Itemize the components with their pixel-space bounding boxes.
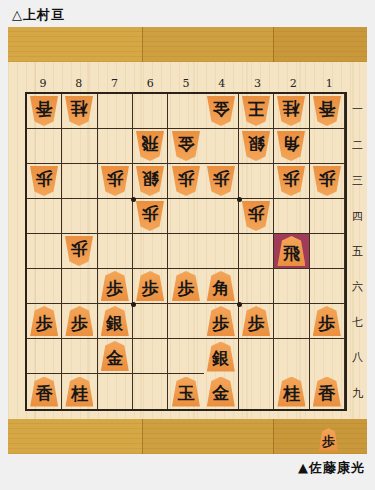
piece-kanji: 桂 — [71, 101, 88, 122]
board-cell[interactable] — [204, 199, 239, 234]
piece-kanji: 銀 — [142, 171, 159, 192]
shogi-piece-gote[interactable]: 歩 — [207, 166, 235, 196]
shogi-piece-sente[interactable]: 玉 — [172, 377, 200, 407]
board-cell[interactable] — [27, 339, 62, 374]
board-cell[interactable]: 桂 — [62, 374, 97, 409]
board-cell[interactable]: 歩 — [133, 269, 168, 304]
board-cell[interactable]: 香 — [310, 374, 345, 409]
piece-kanji: 歩 — [318, 311, 335, 332]
board-cell[interactable] — [62, 129, 97, 164]
piece-kanji: 金 — [177, 136, 194, 157]
board-cell[interactable]: 歩 — [133, 199, 168, 234]
shogi-piece-sente[interactable]: 香 — [30, 377, 58, 407]
board-cell[interactable]: 桂 — [274, 94, 309, 129]
board-cell[interactable]: 歩 — [168, 269, 203, 304]
shogi-piece-gote[interactable]: 銀 — [136, 166, 164, 196]
piece-kanji: 歩 — [212, 171, 229, 192]
file-label: 9 — [25, 76, 61, 91]
rank-label: 五 — [350, 234, 365, 269]
board-cell[interactable] — [27, 234, 62, 269]
piece-kanji: 歩 — [36, 171, 53, 192]
sente-hand-tray: 歩 — [8, 419, 367, 454]
shogi-piece-sente[interactable]: 香 — [313, 377, 341, 407]
board-cell[interactable]: 桂 — [274, 374, 309, 409]
board-cell[interactable] — [133, 374, 168, 409]
star-point — [237, 302, 242, 307]
shogi-piece-gote[interactable]: 銀 — [242, 131, 270, 161]
piece-kanji: 角 — [212, 276, 229, 297]
piece-kanji: 飛 — [142, 136, 159, 157]
board-cell[interactable]: 歩 — [98, 164, 133, 199]
board-cell[interactable]: 歩 — [274, 164, 309, 199]
shogi-piece-sente[interactable]: 銀 — [207, 342, 235, 372]
file-label: 7 — [97, 76, 133, 91]
board-cell[interactable] — [27, 129, 62, 164]
board-cell[interactable]: 桂 — [62, 94, 97, 129]
plank-seam — [273, 419, 274, 454]
file-label: 5 — [168, 76, 204, 91]
piece-kanji: 歩 — [177, 276, 194, 297]
board-cell[interactable]: 歩 — [62, 234, 97, 269]
board-cell[interactable] — [168, 234, 203, 269]
board-cell[interactable] — [133, 339, 168, 374]
shogi-piece-sente[interactable]: 飛 — [277, 236, 305, 266]
shogi-piece-gote[interactable]: 歩 — [313, 166, 341, 196]
piece-kanji: 銀 — [106, 311, 123, 332]
board-cell[interactable]: 歩 — [204, 164, 239, 199]
board-cell[interactable] — [27, 199, 62, 234]
file-label: 6 — [132, 76, 168, 91]
shogi-board: 香桂金王桂香飛金銀角歩歩銀歩歩歩歩歩歩歩飛歩歩歩角歩歩銀歩歩歩金銀香桂玉金桂香 — [25, 92, 347, 411]
shogi-piece-sente[interactable]: 歩 — [207, 306, 235, 336]
file-label: 8 — [61, 76, 97, 91]
rank-label: 八 — [350, 340, 365, 375]
shogi-piece-gote[interactable]: 歩 — [136, 201, 164, 231]
piece-kanji: 歩 — [283, 171, 300, 192]
piece-kanji: 香 — [36, 101, 53, 122]
shogi-piece-gote[interactable]: 王 — [242, 96, 270, 126]
board-cell[interactable]: 歩 — [239, 304, 274, 339]
piece-kanji: 桂 — [283, 101, 300, 122]
gote-hand-tray — [8, 27, 367, 62]
rank-labels: 一二三四五六七八九 — [350, 92, 365, 411]
board-cell[interactable]: 歩 — [239, 199, 274, 234]
plank-seam — [142, 419, 143, 454]
board-cell[interactable] — [204, 129, 239, 164]
board-cell[interactable]: 歩 — [27, 164, 62, 199]
piece-kanji: 香 — [318, 101, 335, 122]
file-label: 3 — [240, 76, 276, 91]
board-cell[interactable] — [133, 94, 168, 129]
shogi-piece-gote[interactable]: 歩 — [172, 166, 200, 196]
piece-kanji: 歩 — [71, 241, 88, 262]
piece-kanji: 銀 — [212, 346, 229, 367]
piece-kanji: 歩 — [142, 206, 159, 227]
piece-kanji: 歩 — [248, 206, 265, 227]
board-cell[interactable] — [62, 199, 97, 234]
shogi-piece-gote[interactable]: 金 — [207, 96, 235, 126]
board-cell[interactable] — [239, 269, 274, 304]
board-cell[interactable]: 飛 — [274, 234, 309, 269]
board-cell[interactable] — [168, 94, 203, 129]
shogi-piece-sente[interactable]: 金 — [207, 377, 235, 407]
shogi-piece-sente[interactable]: 桂 — [65, 377, 93, 407]
board-cell[interactable] — [62, 339, 97, 374]
piece-kanji: 歩 — [212, 311, 229, 332]
rank-label: 六 — [350, 269, 365, 304]
piece-kanji: 桂 — [71, 381, 88, 402]
board-cell[interactable] — [62, 269, 97, 304]
board-cell[interactable] — [98, 199, 133, 234]
board-cell[interactable] — [98, 94, 133, 129]
shogi-piece-sente[interactable]: 歩 — [136, 271, 164, 301]
board-cell[interactable]: 歩 — [27, 304, 62, 339]
shogi-diagram: △上村亘 987654321 一二三四五六七八九 香桂金王桂香飛金銀角歩歩銀歩歩… — [0, 0, 375, 490]
piece-kanji: 歩 — [71, 311, 88, 332]
piece-kanji: 歩 — [248, 311, 265, 332]
board-cell[interactable] — [239, 339, 274, 374]
shogi-piece-sente[interactable]: 歩 — [30, 306, 58, 336]
board-cell[interactable]: 歩 — [62, 304, 97, 339]
piece-kanji: 歩 — [106, 171, 123, 192]
board-cell[interactable] — [62, 164, 97, 199]
board-cell[interactable] — [98, 374, 133, 409]
board-cell[interactable] — [98, 129, 133, 164]
shogi-piece-gote[interactable]: 金 — [172, 131, 200, 161]
piece-kanji: 桂 — [283, 381, 300, 402]
board-cell[interactable]: 角 — [204, 269, 239, 304]
board-cell[interactable]: 金 — [168, 129, 203, 164]
board-cell[interactable]: 歩 — [168, 164, 203, 199]
board-cell[interactable]: 歩 — [310, 304, 345, 339]
board-cell[interactable]: 王 — [239, 94, 274, 129]
board-cell[interactable] — [310, 234, 345, 269]
shogi-piece-gote[interactable]: 香 — [313, 96, 341, 126]
piece-kanji: 金 — [212, 381, 229, 402]
file-labels: 987654321 — [25, 76, 347, 91]
rank-label: 一 — [350, 92, 365, 127]
board-cell[interactable]: 金 — [204, 374, 239, 409]
board-cell[interactable]: 歩 — [310, 164, 345, 199]
shogi-piece-sente[interactable]: 歩 — [65, 306, 93, 336]
shogi-piece-sente[interactable]: 歩 — [313, 306, 341, 336]
board-cell[interactable] — [274, 304, 309, 339]
board-cell[interactable] — [310, 129, 345, 164]
piece-kanji: 歩 — [106, 276, 123, 297]
shogi-piece-sente[interactable]: 金 — [101, 341, 129, 371]
gote-player-name: △上村亘 — [12, 6, 65, 24]
board-cell[interactable] — [310, 339, 345, 374]
star-point — [237, 197, 242, 202]
piece-kanji: 銀 — [248, 136, 265, 157]
piece-kanji: 金 — [106, 346, 123, 367]
board-panel: 987654321 一二三四五六七八九 香桂金王桂香飛金銀角歩歩銀歩歩歩歩歩歩歩… — [8, 27, 367, 454]
board-cell[interactable]: 玉 — [168, 374, 203, 409]
board-cell[interactable] — [274, 339, 309, 374]
piece-kanji: 玉 — [177, 381, 194, 402]
piece-kanji: 王 — [248, 101, 265, 122]
piece-kanji: 歩 — [318, 171, 335, 192]
board-cell[interactable] — [310, 199, 345, 234]
piece-kanji: 歩 — [177, 171, 194, 192]
shogi-piece-gote[interactable]: 角 — [277, 131, 305, 161]
shogi-piece-sente[interactable]: 角 — [207, 271, 235, 301]
hand-piece[interactable]: 歩 — [319, 428, 338, 451]
board-cell[interactable]: 歩 — [98, 269, 133, 304]
piece-kanji: 飛 — [283, 241, 300, 262]
shogi-piece-gote[interactable]: 桂 — [65, 96, 93, 126]
sente-player-name: ▲佐藤康光 — [298, 459, 365, 477]
shogi-piece-gote[interactable]: 歩 — [101, 166, 129, 196]
shogi-piece-sente[interactable]: 桂 — [277, 377, 305, 407]
piece-kanji: 香 — [318, 381, 335, 402]
board-cell[interactable]: 歩 — [204, 304, 239, 339]
piece-kanji: 金 — [212, 101, 229, 122]
star-point — [131, 197, 136, 202]
board-cell[interactable] — [239, 164, 274, 199]
board-cell[interactable]: 香 — [27, 94, 62, 129]
shogi-piece-gote[interactable]: 歩 — [242, 201, 270, 231]
board-cell[interactable]: 飛 — [133, 129, 168, 164]
board-cell[interactable] — [133, 304, 168, 339]
shogi-piece-gote[interactable]: 桂 — [277, 96, 305, 126]
shogi-piece-gote[interactable]: 歩 — [30, 166, 58, 196]
board-cell[interactable]: 金 — [204, 94, 239, 129]
file-label: 2 — [275, 76, 311, 91]
board-cell[interactable] — [274, 199, 309, 234]
plank-seam — [273, 27, 274, 62]
board-cell[interactable]: 銀 — [133, 164, 168, 199]
sente-hand-pieces: 歩 — [319, 428, 338, 451]
board-cell[interactable]: 金 — [98, 339, 133, 374]
plank-seam — [142, 27, 143, 62]
shogi-piece-sente[interactable]: 歩 — [172, 271, 200, 301]
rank-label: 七 — [350, 305, 365, 340]
rank-label: 三 — [350, 163, 365, 198]
file-label: 1 — [311, 76, 347, 91]
board-cell[interactable]: 銀 — [239, 129, 274, 164]
board-cell[interactable] — [168, 199, 203, 234]
piece-kanji: 歩 — [322, 432, 335, 448]
board-cell[interactable]: 香 — [310, 94, 345, 129]
piece-kanji: 歩 — [142, 276, 159, 297]
board-cell[interactable] — [168, 304, 203, 339]
board-cell[interactable]: 銀 — [98, 304, 133, 339]
board-cell[interactable] — [310, 269, 345, 304]
board-cell[interactable] — [274, 269, 309, 304]
rank-label: 二 — [350, 127, 365, 162]
shogi-piece-sente[interactable]: 銀 — [101, 306, 129, 336]
board-cell[interactable]: 銀 — [204, 339, 239, 374]
piece-kanji: 角 — [283, 136, 300, 157]
shogi-piece-sente[interactable]: 歩 — [242, 306, 270, 336]
board-cell[interactable] — [133, 234, 168, 269]
board-cell[interactable] — [27, 269, 62, 304]
file-label: 4 — [204, 76, 240, 91]
shogi-piece-gote[interactable]: 歩 — [277, 166, 305, 196]
board-cell[interactable]: 香 — [27, 374, 62, 409]
shogi-piece-gote[interactable]: 香 — [30, 96, 58, 126]
rank-label: 九 — [350, 376, 365, 411]
piece-kanji: 香 — [36, 381, 53, 402]
board-cell[interactable] — [239, 374, 274, 409]
piece-kanji: 歩 — [36, 311, 53, 332]
board-cell[interactable] — [204, 234, 239, 269]
board-cell[interactable] — [98, 234, 133, 269]
shogi-piece-gote[interactable]: 歩 — [65, 236, 93, 266]
shogi-piece-gote[interactable]: 飛 — [136, 131, 164, 161]
board-cell[interactable] — [168, 339, 203, 374]
board-cell[interactable] — [239, 234, 274, 269]
star-point — [131, 302, 136, 307]
rank-label: 四 — [350, 198, 365, 233]
shogi-piece-sente[interactable]: 歩 — [101, 271, 129, 301]
board-cell[interactable]: 角 — [274, 129, 309, 164]
